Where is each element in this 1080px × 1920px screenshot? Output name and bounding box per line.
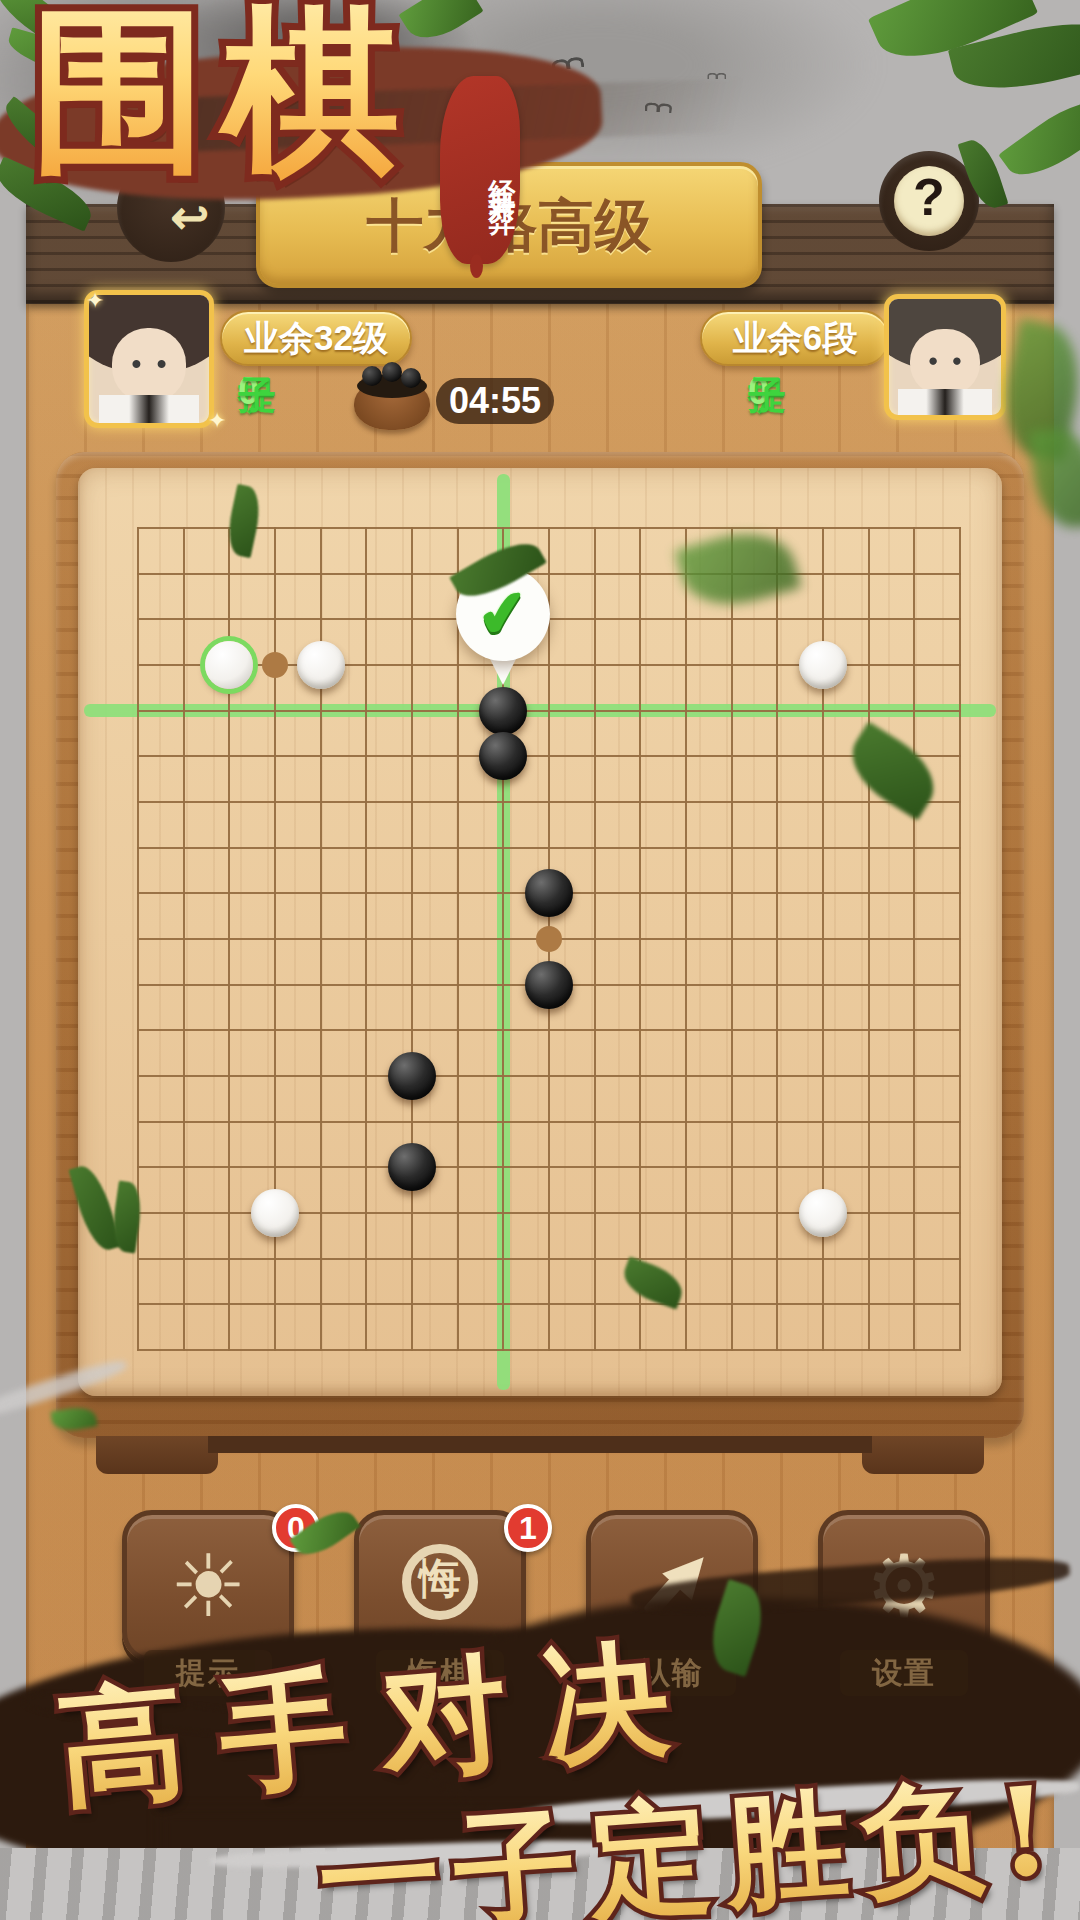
stone-white — [799, 1189, 847, 1237]
stone-black — [525, 869, 573, 917]
board-foot — [862, 1436, 984, 1474]
sparkle: ✦ — [208, 408, 226, 434]
stone-white — [251, 1189, 299, 1237]
undo-count-badge: 1 — [504, 1504, 552, 1552]
black-stone-bowl — [352, 366, 432, 432]
player-right-rank-badge: 业余6段 — [700, 310, 890, 366]
undo-character: 悔 — [359, 1551, 521, 1607]
stone-black — [388, 1143, 436, 1191]
stone-black — [525, 961, 573, 1009]
go-board[interactable]: ✔ — [78, 468, 1002, 1396]
avatar-robe — [99, 395, 200, 428]
capture-unit: 子 — [748, 370, 793, 421]
avatar-face — [910, 329, 979, 396]
star-point — [536, 926, 562, 952]
capture-unit: 子 — [238, 370, 283, 421]
red-seal: 经典对弈 — [440, 76, 520, 264]
seal-text: 经典对弈 — [440, 90, 520, 260]
stone-white — [205, 641, 253, 689]
stone-black — [388, 1052, 436, 1100]
question-mark-icon: ? — [879, 167, 979, 227]
bowl-stone — [401, 368, 421, 388]
bowl-stone — [362, 366, 382, 386]
stone-black-pending — [479, 687, 527, 735]
stone-white — [297, 641, 345, 689]
settings-label: 设置 — [840, 1650, 968, 1696]
avatar-face — [112, 328, 186, 402]
stone-black — [479, 732, 527, 780]
board-shadow — [208, 1436, 872, 1453]
star-point — [262, 652, 288, 678]
stone-white — [799, 641, 847, 689]
bamboo-leaf — [998, 86, 1080, 191]
board-foot — [96, 1436, 218, 1474]
move-timer: 04:55 — [436, 378, 554, 424]
bowl-stone — [382, 362, 402, 382]
sparkle: ✦ — [86, 288, 104, 314]
player-left-rank-badge: 业余32级 — [220, 310, 412, 366]
app-screen: ✔ ↩ 十九路高级 ? 围棋 围棋 经典对弈 业余32级 提 0 子 04:55… — [0, 0, 1080, 1920]
app-logo: 围棋 — [30, 0, 450, 188]
avatar-robe — [898, 389, 992, 420]
player-right-avatar — [884, 294, 1006, 420]
